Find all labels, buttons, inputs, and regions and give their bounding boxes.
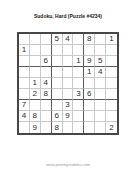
page-title: Sudoku, Hard (Puzzle #4234) [0, 13, 136, 19]
cell-r7c4-empty[interactable] [52, 100, 63, 111]
cell-r8c5-given-9: 9 [63, 111, 74, 122]
cell-r5c5-empty[interactable] [63, 78, 74, 89]
cell-r1c6-empty[interactable] [73, 34, 84, 45]
cell-r5c2-given-1: 1 [30, 78, 41, 89]
cell-r5c7-empty[interactable] [84, 78, 95, 89]
cell-r2c1-given-1: 1 [19, 45, 30, 56]
cell-r3c1-empty[interactable] [19, 56, 30, 67]
cell-r3c9-empty[interactable] [106, 56, 117, 67]
cell-r9c3-empty[interactable] [41, 122, 52, 133]
cell-r7c5-given-3: 3 [63, 100, 74, 111]
cell-r9c4-given-8: 8 [52, 122, 63, 133]
cell-r4c6-empty[interactable] [73, 67, 84, 78]
cell-r6c9-empty[interactable] [106, 89, 117, 100]
cell-r1c9-given-1: 1 [106, 34, 117, 45]
cell-r4c7-given-1: 1 [84, 67, 95, 78]
cell-r2c6-empty[interactable] [73, 45, 84, 56]
cell-r8c3-empty[interactable] [41, 111, 52, 122]
cell-r6c3-given-8: 8 [41, 89, 52, 100]
cell-r6c6-given-3: 3 [73, 89, 84, 100]
cell-r7c1-given-7: 7 [19, 100, 30, 111]
cell-r5c8-empty[interactable] [95, 78, 106, 89]
cell-r2c9-empty[interactable] [106, 45, 117, 56]
cell-r7c6-empty[interactable] [73, 100, 84, 111]
cell-r4c4-empty[interactable] [52, 67, 63, 78]
cell-r3c2-empty[interactable] [30, 56, 41, 67]
cell-r3c3-given-6: 6 [41, 56, 52, 67]
cell-r2c8-empty[interactable] [95, 45, 106, 56]
cell-r1c3-empty[interactable] [41, 34, 52, 45]
cell-r6c8-empty[interactable] [95, 89, 106, 100]
cell-r2c5-empty[interactable] [63, 45, 74, 56]
cell-r6c4-empty[interactable] [52, 89, 63, 100]
cell-r2c7-empty[interactable] [84, 45, 95, 56]
cell-r5c9-empty[interactable] [106, 78, 117, 89]
cell-r8c8-empty[interactable] [95, 111, 106, 122]
cell-r1c8-empty[interactable] [95, 34, 106, 45]
cell-r7c9-empty[interactable] [106, 100, 117, 111]
cell-r2c2-empty[interactable] [30, 45, 41, 56]
cell-r8c4-given-6: 6 [52, 111, 63, 122]
cell-r1c7-given-8: 8 [84, 34, 95, 45]
cell-r4c8-given-4: 4 [95, 67, 106, 78]
cell-r9c9-given-2: 2 [106, 122, 117, 133]
cell-r3c6-given-1: 1 [73, 56, 84, 67]
cell-r8c2-given-8: 8 [30, 111, 41, 122]
footer-url: www.printmysudoku.com [0, 162, 136, 167]
cell-r9c7-empty[interactable] [84, 122, 95, 133]
cell-r7c7-empty[interactable] [84, 100, 95, 111]
cell-r8c7-empty[interactable] [84, 111, 95, 122]
cell-r2c3-empty[interactable] [41, 45, 52, 56]
cell-r6c7-given-6: 6 [84, 89, 95, 100]
cell-r3c5-empty[interactable] [63, 56, 74, 67]
sudoku-grid: 54811619514142836734869982 [17, 32, 119, 135]
cell-r1c2-empty[interactable] [30, 34, 41, 45]
cell-r1c1-empty[interactable] [19, 34, 30, 45]
cell-r6c5-empty[interactable] [63, 89, 74, 100]
cell-r4c2-empty[interactable] [30, 67, 41, 78]
cell-r3c7-given-9: 9 [84, 56, 95, 67]
cell-r8c6-empty[interactable] [73, 111, 84, 122]
cell-r5c3-given-4: 4 [41, 78, 52, 89]
cell-r9c2-given-9: 9 [30, 122, 41, 133]
cell-r9c5-empty[interactable] [63, 122, 74, 133]
cell-r7c3-empty[interactable] [41, 100, 52, 111]
cell-r4c9-empty[interactable] [106, 67, 117, 78]
cell-r6c2-given-2: 2 [30, 89, 41, 100]
cell-r6c1-empty[interactable] [19, 89, 30, 100]
cell-r3c8-given-5: 5 [95, 56, 106, 67]
cell-r5c6-empty[interactable] [73, 78, 84, 89]
cell-r3c4-empty[interactable] [52, 56, 63, 67]
cell-r5c4-empty[interactable] [52, 78, 63, 89]
cell-r9c8-empty[interactable] [95, 122, 106, 133]
cell-r2c4-empty[interactable] [52, 45, 63, 56]
cell-r1c4-given-5: 5 [52, 34, 63, 45]
cell-r4c1-empty[interactable] [19, 67, 30, 78]
cell-r9c6-empty[interactable] [73, 122, 84, 133]
cell-r8c9-empty[interactable] [106, 111, 117, 122]
cell-r7c2-empty[interactable] [30, 100, 41, 111]
cell-r1c5-given-4: 4 [63, 34, 74, 45]
cell-r9c1-empty[interactable] [19, 122, 30, 133]
cell-r4c5-empty[interactable] [63, 67, 74, 78]
cell-r8c1-given-4: 4 [19, 111, 30, 122]
cell-r7c8-empty[interactable] [95, 100, 106, 111]
cell-r5c1-empty[interactable] [19, 78, 30, 89]
cell-r4c3-empty[interactable] [41, 67, 52, 78]
